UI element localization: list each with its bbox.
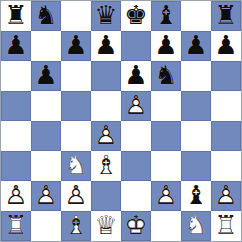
square-b7[interactable]: [31, 31, 61, 61]
square-h4[interactable]: [211, 121, 241, 151]
square-e3[interactable]: [121, 151, 151, 181]
piece-black-pawn[interactable]: ♟: [151, 31, 181, 61]
square-e6[interactable]: ♟: [121, 61, 151, 91]
white-piece-outline-layer: ♗: [61, 211, 91, 241]
square-e8[interactable]: ♚: [121, 1, 151, 31]
white-piece-outline-layer: ♕: [91, 211, 121, 241]
square-a1[interactable]: ♜♖: [1, 211, 31, 241]
square-a7[interactable]: ♟: [1, 31, 31, 61]
square-a5[interactable]: [1, 91, 31, 121]
square-a3[interactable]: [1, 151, 31, 181]
piece-white-pawn[interactable]: ♟♙: [151, 181, 181, 211]
square-g4[interactable]: [181, 121, 211, 151]
piece-black-bishop[interactable]: ♝: [151, 1, 181, 31]
piece-black-rook[interactable]: ♜: [1, 1, 31, 31]
piece-white-bishop[interactable]: ♝♗: [61, 211, 91, 241]
piece-black-bishop[interactable]: ♝: [181, 181, 211, 211]
white-piece-outline-layer: ♙: [121, 91, 151, 121]
square-a4[interactable]: [1, 121, 31, 151]
black-piece-fill-layer: ♟: [1, 31, 31, 61]
piece-black-rook[interactable]: ♜: [211, 1, 241, 31]
square-e5[interactable]: ♟♙: [121, 91, 151, 121]
piece-black-knight[interactable]: ♞: [151, 61, 181, 91]
square-b5[interactable]: [31, 91, 61, 121]
square-f1[interactable]: [151, 211, 181, 241]
piece-black-pawn[interactable]: ♟: [61, 31, 91, 61]
square-d3[interactable]: ♝♗: [91, 151, 121, 181]
piece-white-pawn[interactable]: ♟♙: [1, 181, 31, 211]
square-g7[interactable]: ♟: [181, 31, 211, 61]
piece-white-rook[interactable]: ♜♖: [1, 211, 31, 241]
square-h7[interactable]: ♟: [211, 31, 241, 61]
square-f3[interactable]: [151, 151, 181, 181]
piece-black-pawn[interactable]: ♟: [91, 31, 121, 61]
piece-black-pawn[interactable]: ♟: [211, 31, 241, 61]
square-b1[interactable]: [31, 211, 61, 241]
white-piece-outline-layer: ♙: [151, 181, 181, 211]
black-piece-fill-layer: ♟: [91, 31, 121, 61]
piece-black-pawn[interactable]: ♟: [181, 31, 211, 61]
square-c7[interactable]: ♟: [61, 31, 91, 61]
square-h5[interactable]: [211, 91, 241, 121]
piece-black-queen[interactable]: ♛: [91, 1, 121, 31]
piece-white-pawn[interactable]: ♟♙: [31, 181, 61, 211]
chess-board: ♜♞♛♚♝♜♟♟♟♟♟♟♟♟♞♟♙♟♙♞♘♝♗♟♙♟♙♟♙♟♙♝♟♙♜♖♝♗♛♕…: [0, 0, 242, 242]
black-piece-fill-layer: ♞: [31, 1, 61, 31]
square-b4[interactable]: [31, 121, 61, 151]
square-c1[interactable]: ♝♗: [61, 211, 91, 241]
black-piece-fill-layer: ♝: [151, 1, 181, 31]
square-e2[interactable]: [121, 181, 151, 211]
piece-white-pawn[interactable]: ♟♙: [91, 121, 121, 151]
square-b6[interactable]: ♟: [31, 61, 61, 91]
square-d6[interactable]: [91, 61, 121, 91]
square-h2[interactable]: ♟♙: [211, 181, 241, 211]
square-h3[interactable]: [211, 151, 241, 181]
piece-black-knight[interactable]: ♞: [31, 1, 61, 31]
white-piece-outline-layer: ♙: [211, 181, 241, 211]
piece-black-king[interactable]: ♚: [121, 1, 151, 31]
square-e1[interactable]: ♚♔: [121, 211, 151, 241]
square-f8[interactable]: ♝: [151, 1, 181, 31]
piece-white-knight[interactable]: ♞♘: [61, 151, 91, 181]
square-b3[interactable]: [31, 151, 61, 181]
square-f7[interactable]: ♟: [151, 31, 181, 61]
piece-black-pawn[interactable]: ♟: [121, 61, 151, 91]
piece-black-pawn[interactable]: ♟: [31, 61, 61, 91]
piece-white-rook[interactable]: ♜♖: [211, 211, 241, 241]
black-piece-fill-layer: ♟: [181, 31, 211, 61]
black-piece-fill-layer: ♟: [151, 31, 181, 61]
square-g1[interactable]: ♞♘: [181, 211, 211, 241]
square-e7[interactable]: [121, 31, 151, 61]
square-d1[interactable]: ♛♕: [91, 211, 121, 241]
square-a2[interactable]: ♟♙: [1, 181, 31, 211]
black-piece-fill-layer: ♝: [181, 181, 211, 211]
white-piece-outline-layer: ♘: [61, 151, 91, 181]
square-e4[interactable]: [121, 121, 151, 151]
square-d7[interactable]: ♟: [91, 31, 121, 61]
square-h6[interactable]: [211, 61, 241, 91]
black-piece-fill-layer: ♜: [1, 1, 31, 31]
square-c5[interactable]: [61, 91, 91, 121]
square-f5[interactable]: [151, 91, 181, 121]
white-piece-outline-layer: ♙: [31, 181, 61, 211]
square-c6[interactable]: [61, 61, 91, 91]
black-piece-fill-layer: ♟: [31, 61, 61, 91]
square-g5[interactable]: [181, 91, 211, 121]
white-piece-outline-layer: ♖: [211, 211, 241, 241]
square-d8[interactable]: ♛: [91, 1, 121, 31]
square-g3[interactable]: [181, 151, 211, 181]
piece-white-pawn[interactable]: ♟♙: [211, 181, 241, 211]
white-piece-outline-layer: ♙: [1, 181, 31, 211]
square-d5[interactable]: [91, 91, 121, 121]
square-c8[interactable]: [61, 1, 91, 31]
white-piece-outline-layer: ♔: [121, 211, 151, 241]
piece-white-pawn[interactable]: ♟♙: [121, 91, 151, 121]
square-c2[interactable]: ♟♙: [61, 181, 91, 211]
square-b8[interactable]: ♞: [31, 1, 61, 31]
square-g2[interactable]: ♝: [181, 181, 211, 211]
square-a8[interactable]: ♜: [1, 1, 31, 31]
square-f2[interactable]: ♟♙: [151, 181, 181, 211]
piece-white-queen[interactable]: ♛♕: [91, 211, 121, 241]
square-g6[interactable]: [181, 61, 211, 91]
white-piece-outline-layer: ♗: [91, 151, 121, 181]
white-piece-outline-layer: ♘: [181, 211, 211, 241]
black-piece-fill-layer: ♚: [121, 1, 151, 31]
square-h1[interactable]: ♜♖: [211, 211, 241, 241]
square-a6[interactable]: [1, 61, 31, 91]
white-piece-outline-layer: ♙: [91, 121, 121, 151]
square-c3[interactable]: ♞♘: [61, 151, 91, 181]
square-d4[interactable]: ♟♙: [91, 121, 121, 151]
square-c4[interactable]: [61, 121, 91, 151]
piece-black-pawn[interactable]: ♟: [1, 31, 31, 61]
square-h8[interactable]: ♜: [211, 1, 241, 31]
square-b2[interactable]: ♟♙: [31, 181, 61, 211]
black-piece-fill-layer: ♟: [211, 31, 241, 61]
black-piece-fill-layer: ♛: [91, 1, 121, 31]
square-f6[interactable]: ♞: [151, 61, 181, 91]
piece-white-bishop[interactable]: ♝♗: [91, 151, 121, 181]
piece-white-king[interactable]: ♚♔: [121, 211, 151, 241]
square-d2[interactable]: [91, 181, 121, 211]
piece-white-knight[interactable]: ♞♘: [181, 211, 211, 241]
piece-white-pawn[interactable]: ♟♙: [61, 181, 91, 211]
square-f4[interactable]: [151, 121, 181, 151]
white-piece-outline-layer: ♙: [61, 181, 91, 211]
white-piece-outline-layer: ♖: [1, 211, 31, 241]
black-piece-fill-layer: ♟: [61, 31, 91, 61]
black-piece-fill-layer: ♟: [121, 61, 151, 91]
square-g8[interactable]: [181, 1, 211, 31]
black-piece-fill-layer: ♜: [211, 1, 241, 31]
black-piece-fill-layer: ♞: [151, 61, 181, 91]
